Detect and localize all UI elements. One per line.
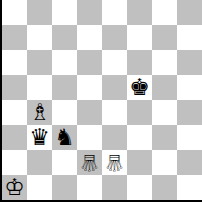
square-h7[interactable] <box>177 25 202 50</box>
square-g5[interactable] <box>152 75 177 100</box>
square-h4[interactable] <box>177 100 202 125</box>
piece-white-bishop[interactable]: ♗ <box>27 100 52 125</box>
square-d7[interactable] <box>77 25 102 50</box>
square-a2[interactable] <box>2 150 27 175</box>
square-g7[interactable] <box>152 25 177 50</box>
square-d8[interactable] <box>77 0 102 25</box>
square-f2[interactable] <box>127 150 152 175</box>
piece-white-grasshopper[interactable]: ♕ <box>77 150 102 175</box>
square-h8[interactable] <box>177 0 202 25</box>
piece-black-queen[interactable]: ♛ <box>27 125 52 150</box>
square-e7[interactable] <box>102 25 127 50</box>
piece-white-king[interactable]: ♔ <box>2 175 27 200</box>
square-a3[interactable] <box>2 125 27 150</box>
square-a7[interactable] <box>2 25 27 50</box>
square-a1[interactable]: ♔ <box>2 175 27 200</box>
square-c3[interactable]: ♞ <box>52 125 77 150</box>
square-e8[interactable] <box>102 0 127 25</box>
square-a6[interactable] <box>2 50 27 75</box>
square-b8[interactable] <box>27 0 52 25</box>
square-g6[interactable] <box>152 50 177 75</box>
piece-white-grasshopper[interactable]: ♕ <box>102 150 127 175</box>
square-h2[interactable] <box>177 150 202 175</box>
square-b1[interactable] <box>27 175 52 200</box>
square-c5[interactable] <box>52 75 77 100</box>
square-g3[interactable] <box>152 125 177 150</box>
piece-black-king[interactable]: ♚ <box>127 75 152 100</box>
square-b4[interactable]: ♗ <box>27 100 52 125</box>
square-b3[interactable]: ♛ <box>27 125 52 150</box>
square-b6[interactable] <box>27 50 52 75</box>
square-f6[interactable] <box>127 50 152 75</box>
square-e3[interactable] <box>102 125 127 150</box>
square-f4[interactable] <box>127 100 152 125</box>
square-c4[interactable] <box>52 100 77 125</box>
square-b7[interactable] <box>27 25 52 50</box>
square-e6[interactable] <box>102 50 127 75</box>
square-h6[interactable] <box>177 50 202 75</box>
square-d2[interactable]: ♕ <box>77 150 102 175</box>
square-c7[interactable] <box>52 25 77 50</box>
square-e1[interactable] <box>102 175 127 200</box>
square-d1[interactable] <box>77 175 102 200</box>
square-f5[interactable]: ♚ <box>127 75 152 100</box>
square-e4[interactable] <box>102 100 127 125</box>
square-c6[interactable] <box>52 50 77 75</box>
square-c1[interactable] <box>52 175 77 200</box>
square-b2[interactable] <box>27 150 52 175</box>
square-a8[interactable] <box>2 0 27 25</box>
square-h1[interactable] <box>177 175 202 200</box>
square-d5[interactable] <box>77 75 102 100</box>
square-a5[interactable] <box>2 75 27 100</box>
square-g8[interactable] <box>152 0 177 25</box>
square-e2[interactable]: ♕ <box>102 150 127 175</box>
square-h5[interactable] <box>177 75 202 100</box>
square-f8[interactable] <box>127 0 152 25</box>
square-f3[interactable] <box>127 125 152 150</box>
square-d3[interactable] <box>77 125 102 150</box>
square-f7[interactable] <box>127 25 152 50</box>
square-g4[interactable] <box>152 100 177 125</box>
square-d6[interactable] <box>77 50 102 75</box>
square-g1[interactable] <box>152 175 177 200</box>
square-a4[interactable] <box>2 100 27 125</box>
square-b5[interactable] <box>27 75 52 100</box>
square-h3[interactable] <box>177 125 202 150</box>
square-c8[interactable] <box>52 0 77 25</box>
square-d4[interactable] <box>77 100 102 125</box>
chess-diagram: ♚♗♛♞♕♕♔ <box>0 0 202 202</box>
piece-black-knight[interactable]: ♞ <box>52 125 77 150</box>
square-g2[interactable] <box>152 150 177 175</box>
square-c2[interactable] <box>52 150 77 175</box>
chess-board: ♚♗♛♞♕♕♔ <box>0 0 202 202</box>
square-f1[interactable] <box>127 175 152 200</box>
square-e5[interactable] <box>102 75 127 100</box>
